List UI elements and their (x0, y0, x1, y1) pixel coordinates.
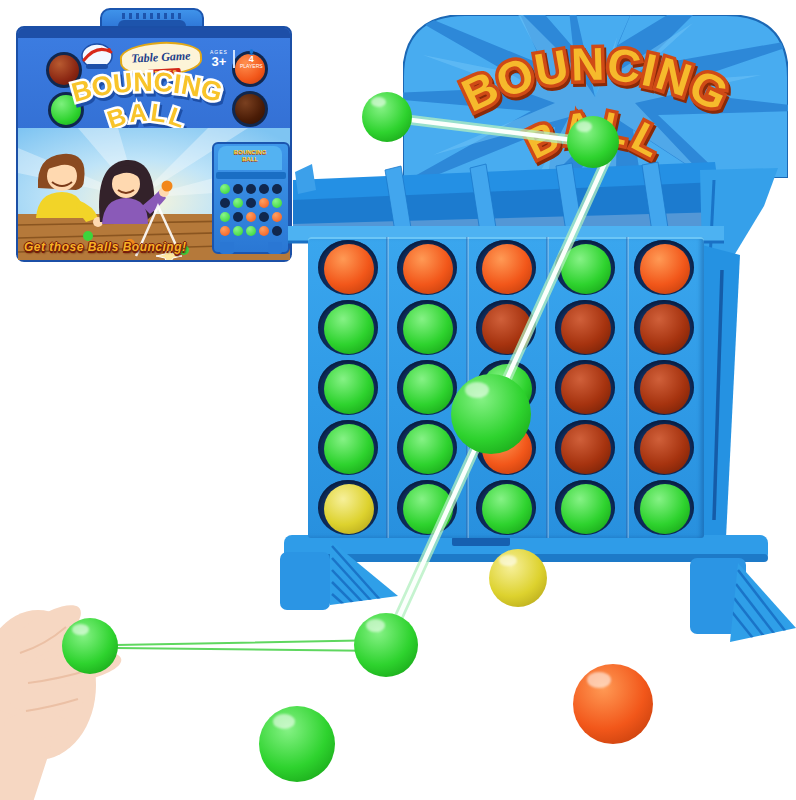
hole (397, 420, 457, 475)
grid-ball-G (403, 364, 453, 414)
mini-grid-cell (257, 224, 270, 238)
mini-grid-cell (219, 224, 232, 238)
flicking-hand (0, 565, 280, 800)
bounce-ball (354, 613, 418, 677)
grid-ball-G (324, 304, 374, 354)
grid-cell-r2c2 (387, 297, 466, 357)
grid-ball-O (482, 244, 532, 294)
hole (318, 240, 378, 295)
base-latch (452, 537, 510, 546)
grid-cell-r1c4 (546, 237, 625, 297)
hole (634, 480, 694, 535)
mini-grid-cell (219, 182, 232, 196)
mini-grid-cell (257, 210, 270, 224)
grid-cell-r1c1 (308, 237, 387, 297)
grid-cell-r5c4 (546, 478, 625, 538)
mini-grid-cell (257, 182, 270, 196)
grid-ball-O (324, 244, 374, 294)
grid-ball-G (403, 304, 453, 354)
hole (555, 420, 615, 475)
grid-ball-Y (324, 484, 374, 534)
hole (318, 300, 378, 355)
tray-yellow-ball (489, 549, 547, 607)
hole (634, 420, 694, 475)
grid-cell-r1c5 (625, 237, 704, 297)
hole (555, 240, 615, 295)
grid-cell-r5c1 (308, 478, 387, 538)
mini-grid-cell (219, 196, 232, 210)
grid-cell-r3c4 (546, 357, 625, 417)
grid-cell-r4c1 (308, 418, 387, 478)
players-value: 4 (249, 54, 254, 64)
mini-grid-cell (232, 182, 245, 196)
floor-orange-ball (573, 664, 653, 744)
tray-left-fin (295, 164, 316, 194)
grid-ball-G (640, 484, 690, 534)
grid-ball-G (324, 364, 374, 414)
hole (555, 300, 615, 355)
mini-grid-cell (245, 182, 258, 196)
grid-cell-r2c4 (546, 297, 625, 357)
grid-ball-G (482, 484, 532, 534)
grid-ball-G (324, 424, 374, 474)
grid-ball-R (561, 364, 611, 414)
mini-grid-cell (245, 224, 258, 238)
floor-green-ball (259, 706, 335, 782)
hole (634, 240, 694, 295)
grid-ball-G (403, 484, 453, 534)
hole (476, 300, 536, 355)
grid-cell-r3c1 (308, 357, 387, 417)
girl-held-ball (162, 181, 173, 192)
hole (397, 300, 457, 355)
mini-grid-cell (232, 224, 245, 238)
flying-ball (451, 374, 531, 454)
grid-ball-O (640, 244, 690, 294)
mini-grid-cell (219, 210, 232, 224)
grid-cell-r1c3 (466, 237, 545, 297)
mini-grid-cell (245, 196, 258, 210)
grid-cell-r4c4 (546, 418, 625, 478)
grid-cell-r2c1 (308, 297, 387, 357)
hole (318, 360, 378, 415)
sign-ball-right (567, 116, 619, 168)
hole (397, 240, 457, 295)
grid-cell-r1c2 (387, 237, 466, 297)
hole (634, 360, 694, 415)
hole (555, 360, 615, 415)
hole (555, 480, 615, 535)
grid-ball-R (561, 304, 611, 354)
product-photo: Table Game SERIES AGES 3+ 👤 4 PLAYERS (0, 0, 796, 800)
left-leg (280, 552, 330, 610)
grid-cell-r3c5 (625, 357, 704, 417)
grid-cell-r2c3 (466, 297, 545, 357)
grid-ball-G (561, 484, 611, 534)
hand-ball (62, 618, 118, 674)
grid-ball-R (640, 304, 690, 354)
mini-grid-cell (245, 210, 258, 224)
grid-cell-r5c3 (466, 478, 545, 538)
hole (634, 300, 694, 355)
sign-ball-left (362, 92, 412, 142)
grid-cell-r2c5 (625, 297, 704, 357)
grid-ball-O (403, 244, 453, 294)
hole (397, 360, 457, 415)
grid-ball-R (640, 424, 690, 474)
hole (476, 480, 536, 535)
hole (397, 480, 457, 535)
box-slogan: Get those Balls Bouncing! (24, 240, 274, 254)
grid-ball-R (561, 424, 611, 474)
grid-ball-G (561, 244, 611, 294)
handle-grip-ribs (122, 13, 182, 19)
hole (476, 240, 536, 295)
mini-grid-cell (232, 210, 245, 224)
grid-ball-R (482, 304, 532, 354)
mini-grid-cell (232, 196, 245, 210)
hole (318, 480, 378, 535)
grid-cell-r5c5 (625, 478, 704, 538)
mini-grid-cell (257, 196, 270, 210)
hole (318, 420, 378, 475)
box-top-strip (18, 28, 290, 38)
grid-cell-r5c2 (387, 478, 466, 538)
grid-ball-R (640, 364, 690, 414)
grid-ball-G (403, 424, 453, 474)
grid-cell-r4c5 (625, 418, 704, 478)
